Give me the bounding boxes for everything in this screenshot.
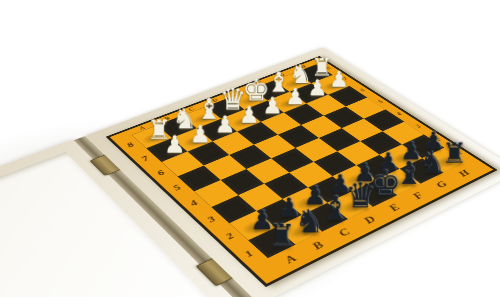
square-e3: [314, 151, 357, 176]
open-box-plane: AABBCCDDEEFFGGHH8877665544332211♜♞♝♛♚♝♞♜…: [85, 47, 500, 297]
chess-set-photo: AABBCCDDEEFFGGHH8877665544332211♜♞♝♛♚♝♞♜…: [0, 0, 500, 297]
